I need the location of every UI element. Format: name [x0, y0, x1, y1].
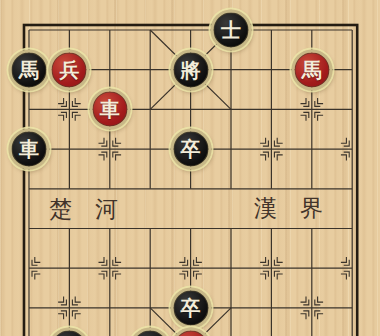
piece-glyph: 卒 — [181, 297, 201, 317]
piece-black-general[interactable]: 將 — [170, 49, 211, 90]
piece-glyph: 卒 — [181, 139, 201, 159]
piece-red-horse[interactable]: 馬 — [291, 49, 332, 90]
piece-glyph: 馬 — [302, 59, 322, 79]
river-label-han-jie: 漢界 — [254, 196, 346, 221]
piece-glyph: 將 — [181, 59, 201, 79]
piece-black-soldier[interactable]: 卒 — [170, 287, 211, 328]
river-label-chu-he: 楚河 — [49, 197, 141, 222]
piece-red-chariot[interactable]: 車 — [89, 89, 130, 130]
piece-glyph: 車 — [19, 139, 39, 159]
xiangqi-board[interactable]: 楚河 漢界 馬兵將士馬車車卒卒 — [0, 0, 380, 336]
piece-glyph: 馬 — [19, 59, 39, 79]
piece-black-chariot[interactable]: 車 — [9, 129, 50, 170]
piece-black-horse[interactable]: 馬 — [9, 49, 50, 90]
piece-glyph: 士 — [221, 20, 241, 40]
piece-glyph: 車 — [100, 99, 120, 119]
piece-black-advisor[interactable]: 士 — [211, 10, 252, 51]
piece-black-soldier[interactable]: 卒 — [170, 129, 211, 170]
piece-red-soldier[interactable]: 兵 — [49, 49, 90, 90]
piece-glyph: 兵 — [59, 59, 79, 79]
